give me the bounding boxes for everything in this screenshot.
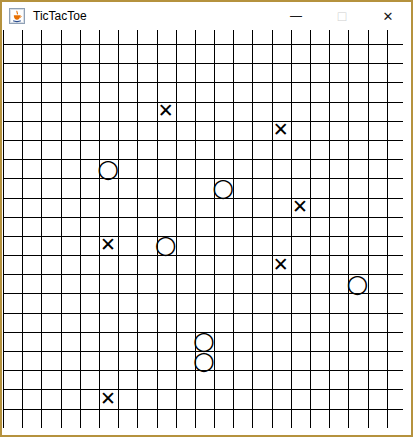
board-cell[interactable] bbox=[329, 217, 348, 236]
board-cell[interactable] bbox=[3, 255, 22, 274]
board-cell[interactable] bbox=[157, 140, 176, 159]
board-cell[interactable] bbox=[157, 82, 176, 101]
board-cell[interactable] bbox=[99, 102, 118, 121]
board-cell[interactable] bbox=[329, 255, 348, 274]
board-cell[interactable] bbox=[329, 82, 348, 101]
board-cell[interactable] bbox=[61, 198, 80, 217]
board-cell[interactable] bbox=[233, 102, 252, 121]
board-cell[interactable] bbox=[214, 82, 233, 101]
board-cell[interactable] bbox=[291, 351, 310, 370]
board-cell[interactable] bbox=[329, 102, 348, 121]
board-cell[interactable] bbox=[329, 236, 348, 255]
board-cell[interactable]: ○ bbox=[348, 274, 367, 293]
board-cell[interactable] bbox=[3, 313, 22, 332]
board-cell[interactable] bbox=[118, 30, 137, 44]
board-cell[interactable] bbox=[22, 44, 41, 63]
board-cell[interactable] bbox=[99, 121, 118, 140]
board-cell[interactable] bbox=[252, 351, 271, 370]
board-cell[interactable] bbox=[310, 332, 329, 351]
board-cell[interactable] bbox=[195, 140, 214, 159]
board-cell[interactable] bbox=[80, 370, 99, 389]
board-cell[interactable] bbox=[214, 351, 233, 370]
board-cell[interactable] bbox=[61, 82, 80, 101]
board-cell[interactable] bbox=[368, 82, 387, 101]
board-cell[interactable] bbox=[272, 63, 291, 82]
board-cell[interactable] bbox=[157, 351, 176, 370]
board-cell[interactable] bbox=[272, 313, 291, 332]
board-cell[interactable] bbox=[99, 178, 118, 197]
board-cell[interactable] bbox=[137, 274, 156, 293]
board-cell[interactable] bbox=[368, 30, 387, 44]
board-cell[interactable] bbox=[310, 198, 329, 217]
board-cell[interactable] bbox=[291, 370, 310, 389]
board-cell[interactable] bbox=[99, 44, 118, 63]
board-cell[interactable]: ○ bbox=[195, 351, 214, 370]
board-cell[interactable] bbox=[233, 370, 252, 389]
board-cell[interactable] bbox=[118, 389, 137, 408]
board-cell[interactable] bbox=[329, 30, 348, 44]
board-cell[interactable] bbox=[22, 332, 41, 351]
board-cell[interactable] bbox=[41, 332, 60, 351]
board-cell[interactable] bbox=[214, 121, 233, 140]
titlebar[interactable]: TicTacToe — □ ✕ bbox=[2, 2, 411, 30]
board-cell[interactable] bbox=[22, 389, 41, 408]
board-cell[interactable] bbox=[99, 351, 118, 370]
board-cell[interactable] bbox=[157, 389, 176, 408]
board-cell[interactable] bbox=[176, 255, 195, 274]
board-cell[interactable] bbox=[41, 389, 60, 408]
board-cell[interactable] bbox=[22, 159, 41, 178]
board-cell[interactable] bbox=[252, 121, 271, 140]
board-cell[interactable] bbox=[137, 140, 156, 159]
board-cell[interactable] bbox=[310, 121, 329, 140]
board-cell[interactable] bbox=[3, 351, 22, 370]
board-cell[interactable] bbox=[214, 274, 233, 293]
board-cell[interactable] bbox=[176, 236, 195, 255]
maximize-button[interactable]: □ bbox=[319, 2, 365, 30]
board-cell[interactable] bbox=[195, 389, 214, 408]
board-cell[interactable] bbox=[176, 140, 195, 159]
board-cell[interactable] bbox=[41, 351, 60, 370]
board-cell[interactable] bbox=[252, 389, 271, 408]
board-cell[interactable] bbox=[387, 178, 403, 197]
board-cell[interactable] bbox=[368, 217, 387, 236]
board-cell[interactable] bbox=[252, 102, 271, 121]
board-cell[interactable] bbox=[387, 63, 403, 82]
board-cell[interactable] bbox=[310, 370, 329, 389]
board-cell[interactable] bbox=[329, 63, 348, 82]
board-cell[interactable] bbox=[329, 178, 348, 197]
board-cell[interactable] bbox=[137, 198, 156, 217]
board-cell[interactable] bbox=[99, 370, 118, 389]
board-cell[interactable] bbox=[291, 30, 310, 44]
board-cell[interactable] bbox=[291, 82, 310, 101]
board-cell[interactable] bbox=[118, 102, 137, 121]
board-cell[interactable] bbox=[291, 102, 310, 121]
board-cell[interactable] bbox=[310, 389, 329, 408]
board-cell[interactable] bbox=[41, 370, 60, 389]
board-cell[interactable] bbox=[3, 217, 22, 236]
board-cell[interactable] bbox=[252, 140, 271, 159]
board-cell[interactable] bbox=[368, 63, 387, 82]
board-cell[interactable] bbox=[329, 370, 348, 389]
board-cell[interactable] bbox=[137, 370, 156, 389]
board-cell[interactable] bbox=[118, 409, 137, 428]
board-cell[interactable] bbox=[61, 217, 80, 236]
board-cell[interactable] bbox=[176, 159, 195, 178]
board-cell[interactable] bbox=[3, 178, 22, 197]
board-cell[interactable] bbox=[80, 102, 99, 121]
board-cell[interactable] bbox=[233, 274, 252, 293]
board-cell[interactable] bbox=[118, 217, 137, 236]
board-cell[interactable] bbox=[387, 351, 403, 370]
board-cell[interactable] bbox=[157, 274, 176, 293]
board-cell[interactable] bbox=[41, 63, 60, 82]
board-cell[interactable] bbox=[22, 198, 41, 217]
board-cell[interactable] bbox=[3, 389, 22, 408]
board-cell[interactable] bbox=[157, 217, 176, 236]
board-cell[interactable] bbox=[233, 140, 252, 159]
board-cell[interactable] bbox=[195, 255, 214, 274]
board-cell[interactable] bbox=[348, 217, 367, 236]
board-cell[interactable] bbox=[22, 178, 41, 197]
board-cell[interactable] bbox=[348, 370, 367, 389]
board-cell[interactable] bbox=[3, 159, 22, 178]
board-cell[interactable] bbox=[368, 178, 387, 197]
board-cell[interactable] bbox=[387, 140, 403, 159]
board-cell[interactable] bbox=[291, 121, 310, 140]
board-cell[interactable] bbox=[291, 409, 310, 428]
board-cell[interactable] bbox=[176, 351, 195, 370]
board-cell[interactable] bbox=[61, 44, 80, 63]
board-cell[interactable] bbox=[61, 409, 80, 428]
board-cell[interactable] bbox=[233, 293, 252, 312]
board-cell[interactable] bbox=[387, 217, 403, 236]
board-cell[interactable] bbox=[41, 293, 60, 312]
board-cell[interactable] bbox=[252, 236, 271, 255]
board-cell[interactable] bbox=[291, 217, 310, 236]
board-cell[interactable] bbox=[252, 255, 271, 274]
board-cell[interactable] bbox=[214, 389, 233, 408]
board-cell[interactable] bbox=[310, 217, 329, 236]
board-cell[interactable] bbox=[272, 30, 291, 44]
board-cell[interactable] bbox=[272, 274, 291, 293]
board-cell[interactable] bbox=[368, 140, 387, 159]
board-cell[interactable] bbox=[387, 370, 403, 389]
board-cell[interactable] bbox=[22, 30, 41, 44]
board-cell[interactable] bbox=[252, 332, 271, 351]
board-cell[interactable] bbox=[291, 63, 310, 82]
board-cell[interactable] bbox=[157, 159, 176, 178]
board-cell[interactable] bbox=[137, 44, 156, 63]
board-cell[interactable] bbox=[176, 30, 195, 44]
board-cell[interactable] bbox=[3, 293, 22, 312]
board-cell[interactable] bbox=[22, 140, 41, 159]
board-cell[interactable] bbox=[157, 178, 176, 197]
board-cell[interactable] bbox=[272, 102, 291, 121]
board-cell[interactable] bbox=[348, 44, 367, 63]
board-cell[interactable] bbox=[195, 409, 214, 428]
board-cell[interactable] bbox=[348, 140, 367, 159]
board-cell[interactable] bbox=[195, 217, 214, 236]
board-cell[interactable] bbox=[291, 178, 310, 197]
board-cell[interactable] bbox=[272, 351, 291, 370]
board-cell[interactable] bbox=[368, 409, 387, 428]
board-cell[interactable] bbox=[310, 102, 329, 121]
board-cell[interactable] bbox=[387, 198, 403, 217]
board-cell[interactable]: ✕ bbox=[272, 121, 291, 140]
board-cell[interactable] bbox=[137, 82, 156, 101]
board-cell[interactable] bbox=[137, 121, 156, 140]
board-cell[interactable] bbox=[61, 30, 80, 44]
board-cell[interactable] bbox=[137, 389, 156, 408]
board-cell[interactable] bbox=[80, 198, 99, 217]
board-cell[interactable] bbox=[176, 82, 195, 101]
board-cell[interactable] bbox=[348, 198, 367, 217]
board-cell[interactable] bbox=[3, 82, 22, 101]
board-cell[interactable] bbox=[368, 332, 387, 351]
board-cell[interactable] bbox=[233, 409, 252, 428]
board-cell[interactable] bbox=[41, 198, 60, 217]
board-cell[interactable] bbox=[348, 293, 367, 312]
board-cell[interactable] bbox=[22, 274, 41, 293]
board-cell[interactable] bbox=[80, 313, 99, 332]
board-cell[interactable] bbox=[387, 274, 403, 293]
board-cell[interactable] bbox=[272, 332, 291, 351]
board-cell[interactable] bbox=[310, 30, 329, 44]
board-cell[interactable] bbox=[291, 159, 310, 178]
board-cell[interactable] bbox=[22, 351, 41, 370]
board-cell[interactable] bbox=[348, 82, 367, 101]
board-cell[interactable] bbox=[329, 351, 348, 370]
board-cell[interactable]: ○ bbox=[214, 178, 233, 197]
board-cell[interactable] bbox=[368, 102, 387, 121]
board-cell[interactable] bbox=[80, 140, 99, 159]
board-cell[interactable] bbox=[310, 159, 329, 178]
board-cell[interactable] bbox=[157, 121, 176, 140]
board-cell[interactable] bbox=[118, 255, 137, 274]
board-cell[interactable] bbox=[99, 30, 118, 44]
board-cell[interactable] bbox=[233, 332, 252, 351]
board-cell[interactable] bbox=[41, 409, 60, 428]
board-cell[interactable] bbox=[329, 121, 348, 140]
board-cell[interactable] bbox=[291, 140, 310, 159]
board-cell[interactable] bbox=[368, 389, 387, 408]
board-cell[interactable] bbox=[3, 409, 22, 428]
board-cell[interactable] bbox=[80, 389, 99, 408]
board-cell[interactable] bbox=[310, 82, 329, 101]
board-cell[interactable] bbox=[387, 313, 403, 332]
board-cell[interactable] bbox=[291, 255, 310, 274]
board-cell[interactable] bbox=[233, 178, 252, 197]
board-cell[interactable] bbox=[41, 102, 60, 121]
board-cell[interactable] bbox=[41, 274, 60, 293]
board-cell[interactable] bbox=[137, 178, 156, 197]
board-cell[interactable] bbox=[22, 236, 41, 255]
board-cell[interactable] bbox=[272, 178, 291, 197]
board-cell[interactable] bbox=[272, 370, 291, 389]
board-cell[interactable] bbox=[61, 351, 80, 370]
board-cell[interactable] bbox=[214, 44, 233, 63]
board-cell[interactable] bbox=[252, 370, 271, 389]
board-cell[interactable] bbox=[252, 409, 271, 428]
board-cell[interactable] bbox=[252, 159, 271, 178]
board-cell[interactable] bbox=[233, 217, 252, 236]
board-cell[interactable] bbox=[80, 159, 99, 178]
board-cell[interactable] bbox=[22, 217, 41, 236]
board-cell[interactable] bbox=[80, 63, 99, 82]
board-cell[interactable] bbox=[348, 332, 367, 351]
board-cell[interactable] bbox=[272, 389, 291, 408]
board-cell[interactable] bbox=[99, 217, 118, 236]
board-cell[interactable] bbox=[310, 236, 329, 255]
board-cell[interactable] bbox=[99, 198, 118, 217]
board-cell[interactable] bbox=[118, 313, 137, 332]
board-cell[interactable] bbox=[176, 293, 195, 312]
board-cell[interactable] bbox=[214, 30, 233, 44]
board-cell[interactable] bbox=[348, 63, 367, 82]
board-cell[interactable] bbox=[214, 293, 233, 312]
board-cell[interactable] bbox=[233, 351, 252, 370]
board-cell[interactable] bbox=[157, 198, 176, 217]
board-cell[interactable] bbox=[368, 351, 387, 370]
board-cell[interactable] bbox=[233, 44, 252, 63]
board-cell[interactable] bbox=[41, 30, 60, 44]
board-cell[interactable] bbox=[118, 351, 137, 370]
board-cell[interactable] bbox=[3, 236, 22, 255]
board-cell[interactable] bbox=[118, 274, 137, 293]
board-cell[interactable] bbox=[329, 389, 348, 408]
board-cell[interactable] bbox=[137, 351, 156, 370]
board-cell[interactable] bbox=[387, 293, 403, 312]
board-cell[interactable] bbox=[61, 389, 80, 408]
board-cell[interactable] bbox=[348, 178, 367, 197]
board-cell[interactable] bbox=[176, 389, 195, 408]
board-cell[interactable] bbox=[176, 332, 195, 351]
board-cell[interactable] bbox=[272, 409, 291, 428]
board-cell[interactable] bbox=[80, 82, 99, 101]
board-cell[interactable] bbox=[118, 82, 137, 101]
board-cell[interactable] bbox=[157, 370, 176, 389]
board-cell[interactable] bbox=[41, 313, 60, 332]
board-cell[interactable] bbox=[3, 274, 22, 293]
board-cell[interactable] bbox=[368, 370, 387, 389]
board-cell[interactable] bbox=[80, 236, 99, 255]
board-cell[interactable] bbox=[252, 313, 271, 332]
board-cell[interactable] bbox=[61, 178, 80, 197]
board-cell[interactable] bbox=[41, 44, 60, 63]
board-cell[interactable] bbox=[41, 121, 60, 140]
board-cell[interactable] bbox=[329, 140, 348, 159]
board-cell[interactable] bbox=[387, 332, 403, 351]
board-cell[interactable] bbox=[41, 178, 60, 197]
board-cell[interactable] bbox=[348, 409, 367, 428]
board-cell[interactable] bbox=[368, 121, 387, 140]
board-cell[interactable] bbox=[310, 63, 329, 82]
board-cell[interactable] bbox=[41, 159, 60, 178]
board-cell[interactable] bbox=[387, 389, 403, 408]
board-cell[interactable] bbox=[233, 389, 252, 408]
board-cell[interactable] bbox=[387, 409, 403, 428]
board-cell[interactable] bbox=[99, 332, 118, 351]
board-cell[interactable] bbox=[348, 30, 367, 44]
board-cell[interactable] bbox=[80, 332, 99, 351]
board-cell[interactable] bbox=[41, 255, 60, 274]
board-cell[interactable] bbox=[157, 409, 176, 428]
board-cell[interactable] bbox=[387, 102, 403, 121]
board-cell[interactable] bbox=[3, 102, 22, 121]
board-cell[interactable] bbox=[272, 236, 291, 255]
board-cell[interactable] bbox=[272, 198, 291, 217]
board-cell[interactable] bbox=[22, 409, 41, 428]
board-cell[interactable] bbox=[118, 370, 137, 389]
board-cell[interactable] bbox=[61, 102, 80, 121]
board-cell[interactable] bbox=[157, 313, 176, 332]
board-cell[interactable] bbox=[329, 293, 348, 312]
board-cell[interactable] bbox=[387, 159, 403, 178]
board-cell[interactable] bbox=[310, 140, 329, 159]
board-cell[interactable] bbox=[61, 63, 80, 82]
board-cell[interactable] bbox=[22, 82, 41, 101]
board-cell[interactable] bbox=[3, 140, 22, 159]
board-cell[interactable] bbox=[176, 102, 195, 121]
board-cell[interactable] bbox=[176, 217, 195, 236]
board-cell[interactable] bbox=[252, 178, 271, 197]
board-cell[interactable] bbox=[99, 63, 118, 82]
board-cell[interactable] bbox=[195, 236, 214, 255]
board-cell[interactable] bbox=[214, 102, 233, 121]
board-cell[interactable] bbox=[233, 63, 252, 82]
board-cell[interactable] bbox=[176, 274, 195, 293]
board-cell[interactable] bbox=[118, 198, 137, 217]
board-cell[interactable] bbox=[214, 255, 233, 274]
board-cell[interactable] bbox=[368, 236, 387, 255]
board-cell[interactable] bbox=[3, 63, 22, 82]
board-cell[interactable] bbox=[272, 44, 291, 63]
board-cell[interactable]: ✕ bbox=[157, 102, 176, 121]
board-cell[interactable] bbox=[137, 63, 156, 82]
board-cell[interactable] bbox=[233, 30, 252, 44]
board-cell[interactable] bbox=[61, 274, 80, 293]
board-cell[interactable] bbox=[99, 293, 118, 312]
board-cell[interactable] bbox=[61, 370, 80, 389]
board-cell[interactable] bbox=[176, 121, 195, 140]
board-cell[interactable] bbox=[387, 255, 403, 274]
board-cell[interactable] bbox=[61, 121, 80, 140]
board-cell[interactable] bbox=[3, 44, 22, 63]
board-cell[interactable] bbox=[3, 121, 22, 140]
board-cell[interactable] bbox=[291, 332, 310, 351]
board-cell[interactable] bbox=[176, 409, 195, 428]
board-cell[interactable] bbox=[214, 236, 233, 255]
board-cell[interactable] bbox=[195, 293, 214, 312]
board-cell[interactable] bbox=[176, 198, 195, 217]
board-cell[interactable] bbox=[368, 44, 387, 63]
board-cell[interactable] bbox=[329, 44, 348, 63]
board-cell[interactable] bbox=[233, 236, 252, 255]
board-cell[interactable] bbox=[368, 293, 387, 312]
board-cell[interactable] bbox=[252, 63, 271, 82]
board-cell[interactable] bbox=[137, 30, 156, 44]
board-cell[interactable] bbox=[80, 178, 99, 197]
board-cell[interactable] bbox=[61, 236, 80, 255]
board-cell[interactable] bbox=[118, 178, 137, 197]
board-cell[interactable] bbox=[214, 217, 233, 236]
board-cell[interactable] bbox=[118, 63, 137, 82]
board-cell[interactable] bbox=[61, 313, 80, 332]
board-cell[interactable] bbox=[233, 313, 252, 332]
board-cell[interactable] bbox=[41, 236, 60, 255]
